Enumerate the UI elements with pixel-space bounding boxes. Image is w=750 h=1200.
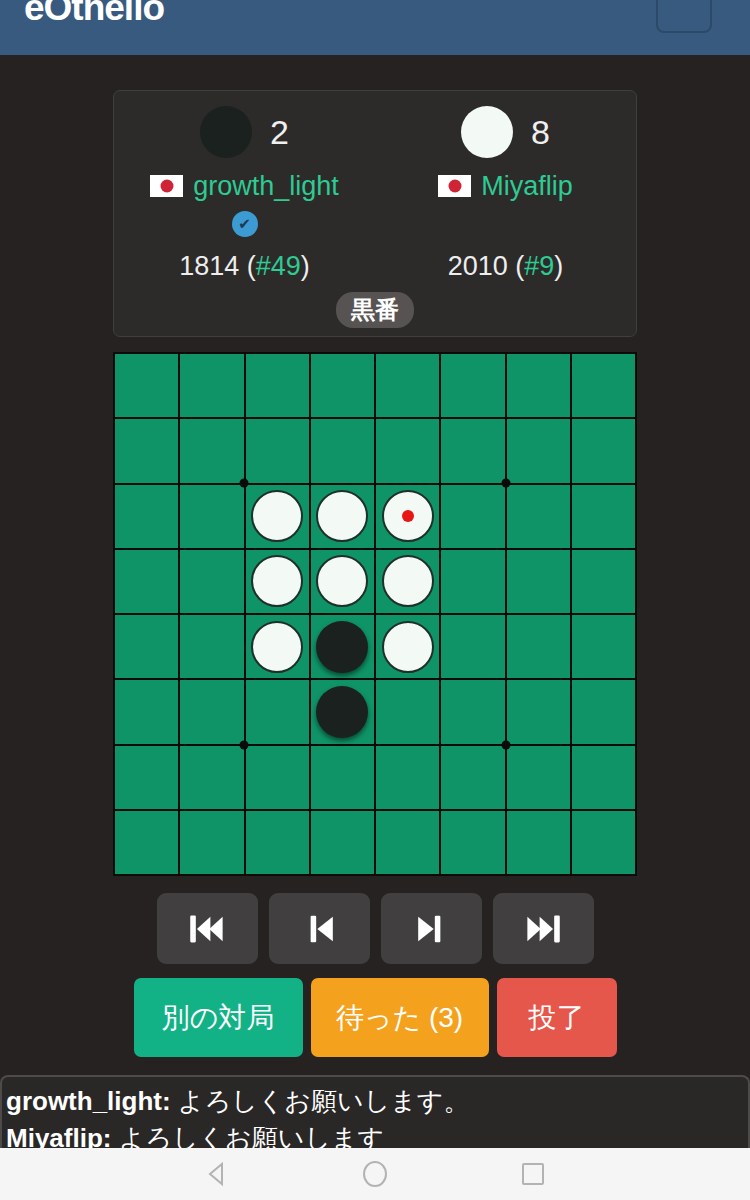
white-score: 8	[531, 113, 550, 152]
board-cell-b8[interactable]	[180, 811, 243, 874]
back-icon	[206, 1160, 230, 1188]
white-disc-d4	[316, 555, 368, 607]
board-cell-c5[interactable]	[246, 615, 309, 678]
board-cell-h8[interactable]	[572, 811, 635, 874]
black-player-name[interactable]: growth_light	[193, 171, 339, 202]
checkmark-badge-icon: ✔	[232, 211, 258, 237]
board-cell-g7[interactable]	[507, 746, 570, 809]
board-cell-b1[interactable]	[180, 354, 243, 417]
white-disc-e4	[382, 555, 434, 607]
board-cell-b4[interactable]	[180, 550, 243, 613]
app-logo[interactable]: eOthello	[24, 0, 164, 29]
black-disc-d6	[316, 686, 368, 738]
chat-username: growth_light:	[6, 1086, 178, 1116]
chat-message: Miyaflip: よろしくお願いします	[6, 1120, 744, 1148]
board-cell-b5[interactable]	[180, 615, 243, 678]
chat-log[interactable]: growth_light: よろしくお願いします。Miyaflip: よろしくお…	[0, 1075, 750, 1148]
white-player-rank: #9	[524, 251, 554, 281]
skip-to-end-button[interactable]	[493, 893, 594, 964]
recents-icon	[520, 1161, 546, 1187]
board-cell-e7[interactable]	[376, 746, 439, 809]
white-player-column: 8 Miyaflip 2010 (#9)	[375, 106, 636, 281]
board-cell-d3[interactable]	[311, 485, 374, 548]
action-buttons: 別の対局 待った (3) 投了	[0, 978, 750, 1057]
japan-flag-icon	[438, 175, 471, 197]
board-cell-c1[interactable]	[246, 354, 309, 417]
board-star-point	[240, 741, 249, 750]
step-back-button[interactable]	[269, 893, 370, 964]
white-disc-c4	[251, 555, 303, 607]
board-cell-e5[interactable]	[376, 615, 439, 678]
black-player-rating: 1814 (#49)	[179, 251, 310, 281]
white-player-rating: 2010 (#9)	[448, 251, 564, 281]
chat-text: よろしくお願いします。	[178, 1086, 469, 1116]
player-panel: 2 growth_light ✔ 1814 (#49) 8 Miy	[113, 90, 637, 337]
white-disc-e3	[382, 490, 434, 542]
android-recents-button[interactable]	[520, 1161, 546, 1187]
board-cell-d6[interactable]	[311, 680, 374, 743]
undo-button[interactable]: 待った (3)	[311, 978, 489, 1057]
android-nav-bar	[0, 1148, 750, 1200]
board-cell-f6[interactable]	[441, 680, 504, 743]
board-cell-h6[interactable]	[572, 680, 635, 743]
move-navigation	[0, 893, 750, 964]
board-cell-c2[interactable]	[246, 419, 309, 482]
white-player-name[interactable]: Miyaflip	[481, 171, 573, 202]
board-star-point	[502, 741, 511, 750]
black-score: 2	[270, 113, 289, 152]
board-cell-g5[interactable]	[507, 615, 570, 678]
board-cell-a6[interactable]	[115, 680, 178, 743]
home-icon	[362, 1159, 388, 1189]
board	[113, 352, 637, 876]
board-cell-d7[interactable]	[311, 746, 374, 809]
board-cell-g2[interactable]	[507, 419, 570, 482]
board-cell-d2[interactable]	[311, 419, 374, 482]
board-cell-c4[interactable]	[246, 550, 309, 613]
board-cell-f4[interactable]	[441, 550, 504, 613]
board-cell-b2[interactable]	[180, 419, 243, 482]
step-forward-button[interactable]	[381, 893, 482, 964]
app-header: eOthello	[0, 0, 750, 55]
board-cell-f7[interactable]	[441, 746, 504, 809]
black-disc-d5	[316, 621, 368, 673]
white-disc-icon	[461, 106, 513, 158]
white-disc-d3	[316, 490, 368, 542]
board-cell-a7[interactable]	[115, 746, 178, 809]
japan-flag-icon	[150, 175, 183, 197]
last-move-marker	[402, 510, 414, 522]
board-cell-d5[interactable]	[311, 615, 374, 678]
board-cell-a2[interactable]	[115, 419, 178, 482]
board-cell-e1[interactable]	[376, 354, 439, 417]
board-cell-h3[interactable]	[572, 485, 635, 548]
board-cell-g3[interactable]	[507, 485, 570, 548]
board-cell-h4[interactable]	[572, 550, 635, 613]
new-game-button[interactable]: 別の対局	[134, 978, 303, 1057]
android-back-button[interactable]	[206, 1160, 230, 1188]
chat-message: growth_light: よろしくお願いします。	[6, 1083, 744, 1120]
board-cell-c7[interactable]	[246, 746, 309, 809]
white-disc-e5	[382, 621, 434, 673]
board-cell-c6[interactable]	[246, 680, 309, 743]
black-player-rank: #49	[256, 251, 301, 281]
board-cell-g4[interactable]	[507, 550, 570, 613]
board-cell-b3[interactable]	[180, 485, 243, 548]
board-cell-g6[interactable]	[507, 680, 570, 743]
chat-text: よろしくお願いします	[119, 1123, 384, 1148]
white-disc-c3	[251, 490, 303, 542]
skip-to-start-button[interactable]	[157, 893, 258, 964]
board-cell-f2[interactable]	[441, 419, 504, 482]
resign-button[interactable]: 投了	[497, 978, 617, 1057]
board-cell-b6[interactable]	[180, 680, 243, 743]
hamburger-menu-button[interactable]	[656, 0, 712, 33]
step-back-icon	[304, 913, 335, 945]
skip-to-end-icon	[524, 913, 562, 945]
board-cell-f8[interactable]	[441, 811, 504, 874]
board-cell-g8[interactable]	[507, 811, 570, 874]
turn-indicator-badge: 黒番	[336, 292, 414, 328]
board-cell-a1[interactable]	[115, 354, 178, 417]
board-cell-g1[interactable]	[507, 354, 570, 417]
board-cell-c3[interactable]	[246, 485, 309, 548]
board-cell-d1[interactable]	[311, 354, 374, 417]
android-home-button[interactable]	[362, 1159, 388, 1189]
board-cell-e6[interactable]	[376, 680, 439, 743]
board-star-point	[240, 479, 249, 488]
board-cell-f1[interactable]	[441, 354, 504, 417]
page: eOthello 2 growth_light ✔ 1814 (#	[0, 0, 750, 1200]
black-disc-icon	[200, 106, 252, 158]
board-cell-e3[interactable]	[376, 485, 439, 548]
board-cell-b7[interactable]	[180, 746, 243, 809]
board-cell-h2[interactable]	[572, 419, 635, 482]
board-cell-f3[interactable]	[441, 485, 504, 548]
board-cell-e2[interactable]	[376, 419, 439, 482]
board-cell-c8[interactable]	[246, 811, 309, 874]
board-cell-d8[interactable]	[311, 811, 374, 874]
board-cell-f5[interactable]	[441, 615, 504, 678]
board-cell-e8[interactable]	[376, 811, 439, 874]
board-cell-h1[interactable]	[572, 354, 635, 417]
white-disc-c5	[251, 621, 303, 673]
board-cell-e4[interactable]	[376, 550, 439, 613]
board-cell-a4[interactable]	[115, 550, 178, 613]
board-cell-d4[interactable]	[311, 550, 374, 613]
board-cell-h5[interactable]	[572, 615, 635, 678]
black-player-column: 2 growth_light ✔ 1814 (#49)	[114, 106, 375, 281]
board-cell-a3[interactable]	[115, 485, 178, 548]
chat-username: Miyaflip:	[6, 1123, 119, 1148]
board-cell-a8[interactable]	[115, 811, 178, 874]
board-star-point	[502, 479, 511, 488]
step-forward-icon	[416, 913, 447, 945]
board-cell-h7[interactable]	[572, 746, 635, 809]
skip-to-start-icon	[188, 913, 226, 945]
board-cell-a5[interactable]	[115, 615, 178, 678]
